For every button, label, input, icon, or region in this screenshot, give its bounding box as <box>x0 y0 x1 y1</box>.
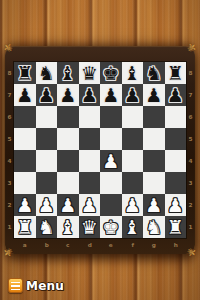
square-g5[interactable] <box>143 128 165 150</box>
rank-label-2: 2 <box>188 199 193 212</box>
rank-label-4: 4 <box>7 155 12 168</box>
piece-black-pawn: ♟ <box>122 84 144 106</box>
square-h6[interactable] <box>165 106 187 128</box>
piece-white-pawn: ♟ <box>143 194 165 216</box>
board-grid: ♜♞♝♛♚♝♞♜♟♟♟♟♟♟♟♟♟♟♟♟♟♟♟♟♜♞♝♛♚♝♞♜ <box>14 62 186 238</box>
piece-black-pawn: ♟ <box>165 84 187 106</box>
square-e4[interactable]: ♟ <box>100 150 122 172</box>
piece-black-pawn: ♟ <box>14 84 36 106</box>
square-b8[interactable]: ♞ <box>36 62 58 84</box>
rank-labels-right: 87654321 <box>186 62 195 238</box>
piece-white-bishop: ♝ <box>122 216 144 238</box>
square-d2[interactable]: ♟ <box>79 194 101 216</box>
square-f1[interactable]: ♝ <box>122 216 144 238</box>
piece-white-pawn: ♟ <box>122 194 144 216</box>
rank-label-5: 5 <box>7 133 12 146</box>
square-e5[interactable] <box>100 128 122 150</box>
square-b5[interactable] <box>36 128 58 150</box>
square-c6[interactable] <box>57 106 79 128</box>
rank-label-1: 1 <box>188 221 193 234</box>
square-f2[interactable]: ♟ <box>122 194 144 216</box>
square-a7[interactable]: ♟ <box>14 84 36 106</box>
piece-white-rook: ♜ <box>165 216 187 238</box>
piece-white-rook: ♜ <box>14 216 36 238</box>
square-f8[interactable]: ♝ <box>122 62 144 84</box>
menu-button-label: Menu <box>26 279 64 293</box>
piece-black-pawn: ♟ <box>79 84 101 106</box>
square-a6[interactable] <box>14 106 36 128</box>
square-a3[interactable] <box>14 172 36 194</box>
square-f4[interactable] <box>122 150 144 172</box>
rank-label-6: 6 <box>7 111 12 124</box>
file-label-g: g <box>148 241 160 249</box>
piece-white-king: ♚ <box>100 216 122 238</box>
square-f3[interactable] <box>122 172 144 194</box>
square-h4[interactable] <box>165 150 187 172</box>
piece-black-pawn: ♟ <box>143 84 165 106</box>
piece-white-pawn: ♟ <box>57 194 79 216</box>
square-d7[interactable]: ♟ <box>79 84 101 106</box>
square-c8[interactable]: ♝ <box>57 62 79 84</box>
square-e2[interactable] <box>100 194 122 216</box>
square-g1[interactable]: ♞ <box>143 216 165 238</box>
square-f5[interactable] <box>122 128 144 150</box>
rank-label-1: 1 <box>7 221 12 234</box>
square-g3[interactable] <box>143 172 165 194</box>
piece-white-queen: ♛ <box>79 216 101 238</box>
square-d1[interactable]: ♛ <box>79 216 101 238</box>
square-e7[interactable]: ♟ <box>100 84 122 106</box>
menu-list-icon <box>8 278 23 293</box>
square-a2[interactable]: ♟ <box>14 194 36 216</box>
file-label-a: a <box>19 241 31 249</box>
piece-black-king: ♚ <box>100 62 122 84</box>
square-g4[interactable] <box>143 150 165 172</box>
square-a4[interactable] <box>14 150 36 172</box>
rank-label-2: 2 <box>7 199 12 212</box>
file-labels-bottom: abcdefgh <box>14 238 186 252</box>
square-e6[interactable] <box>100 106 122 128</box>
file-label-f: f <box>126 241 138 249</box>
rank-label-8: 8 <box>7 67 12 80</box>
rank-labels-left: 87654321 <box>5 62 14 238</box>
square-g8[interactable]: ♞ <box>143 62 165 84</box>
square-d3[interactable] <box>79 172 101 194</box>
file-label-d: d <box>83 241 95 249</box>
piece-black-queen: ♛ <box>79 62 101 84</box>
square-c7[interactable]: ♟ <box>57 84 79 106</box>
square-a5[interactable] <box>14 128 36 150</box>
square-g2[interactable]: ♟ <box>143 194 165 216</box>
square-b6[interactable] <box>36 106 58 128</box>
piece-black-knight: ♞ <box>143 62 165 84</box>
square-h2[interactable]: ♟ <box>165 194 187 216</box>
rank-label-7: 7 <box>188 89 193 102</box>
square-h1[interactable]: ♜ <box>165 216 187 238</box>
piece-white-pawn: ♟ <box>100 150 122 172</box>
square-b1[interactable]: ♞ <box>36 216 58 238</box>
square-e3[interactable] <box>100 172 122 194</box>
square-c4[interactable] <box>57 150 79 172</box>
square-f6[interactable] <box>122 106 144 128</box>
square-d5[interactable] <box>79 128 101 150</box>
file-label-h: h <box>169 241 181 249</box>
square-d4[interactable] <box>79 150 101 172</box>
piece-black-pawn: ♟ <box>57 84 79 106</box>
square-g6[interactable] <box>143 106 165 128</box>
piece-black-bishop: ♝ <box>57 62 79 84</box>
file-label-c: c <box>62 241 74 249</box>
square-b4[interactable] <box>36 150 58 172</box>
piece-black-rook: ♜ <box>165 62 187 84</box>
rank-label-6: 6 <box>188 111 193 124</box>
square-b3[interactable] <box>36 172 58 194</box>
square-h7[interactable]: ♟ <box>165 84 187 106</box>
square-g7[interactable]: ♟ <box>143 84 165 106</box>
piece-white-knight: ♞ <box>36 216 58 238</box>
square-d8[interactable]: ♛ <box>79 62 101 84</box>
square-e1[interactable]: ♚ <box>100 216 122 238</box>
piece-black-bishop: ♝ <box>122 62 144 84</box>
square-h3[interactable] <box>165 172 187 194</box>
piece-white-bishop: ♝ <box>57 216 79 238</box>
piece-black-rook: ♜ <box>14 62 36 84</box>
square-a1[interactable]: ♜ <box>14 216 36 238</box>
square-d6[interactable] <box>79 106 101 128</box>
piece-black-knight: ♞ <box>36 62 58 84</box>
file-label-e: e <box>105 241 117 249</box>
rank-label-5: 5 <box>188 133 193 146</box>
menu-button[interactable]: Menu <box>8 277 64 294</box>
piece-black-pawn: ♟ <box>100 84 122 106</box>
square-f7[interactable]: ♟ <box>122 84 144 106</box>
piece-white-pawn: ♟ <box>36 194 58 216</box>
rank-label-7: 7 <box>7 89 12 102</box>
square-c5[interactable] <box>57 128 79 150</box>
piece-black-pawn: ♟ <box>36 84 58 106</box>
piece-white-pawn: ♟ <box>165 194 187 216</box>
square-c3[interactable] <box>57 172 79 194</box>
square-c1[interactable]: ♝ <box>57 216 79 238</box>
rank-label-8: 8 <box>188 67 193 80</box>
chess-board: ⚜ ⚜ ⚜ ⚜ 87654321 87654321 abcdefgh ♜♞♝♛♚… <box>5 46 195 254</box>
rank-label-3: 3 <box>188 177 193 190</box>
piece-white-knight: ♞ <box>143 216 165 238</box>
square-h8[interactable]: ♜ <box>165 62 187 84</box>
square-a8[interactable]: ♜ <box>14 62 36 84</box>
square-e8[interactable]: ♚ <box>100 62 122 84</box>
piece-white-pawn: ♟ <box>79 194 101 216</box>
piece-white-pawn: ♟ <box>14 194 36 216</box>
rank-label-3: 3 <box>7 177 12 190</box>
square-b2[interactable]: ♟ <box>36 194 58 216</box>
square-c2[interactable]: ♟ <box>57 194 79 216</box>
rank-label-4: 4 <box>188 155 193 168</box>
square-b7[interactable]: ♟ <box>36 84 58 106</box>
square-h5[interactable] <box>165 128 187 150</box>
file-label-b: b <box>40 241 52 249</box>
